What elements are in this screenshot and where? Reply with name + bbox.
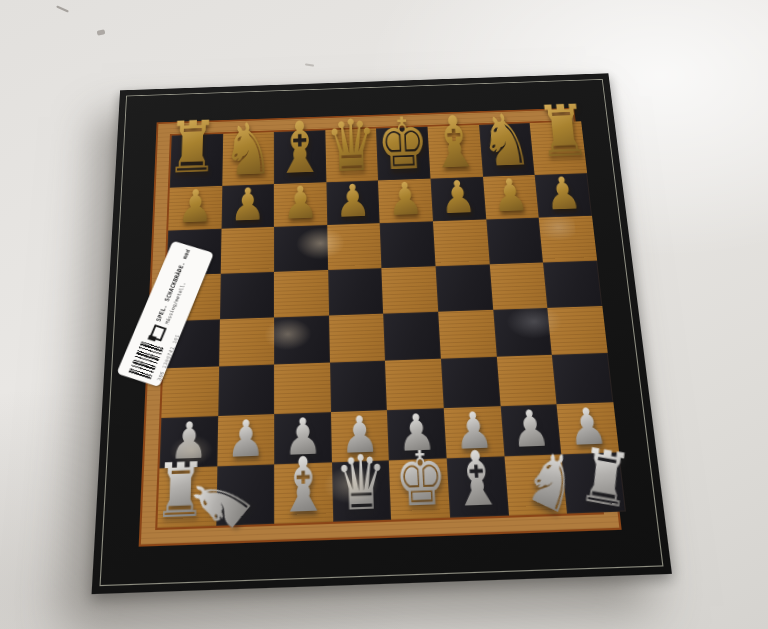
wall-scuff-mark bbox=[97, 29, 106, 36]
board-black-frame: ♜♞♝♛♚♝♞♜♟♟♟♟♟♟♟♟♟♟♟♟♟♟♟♟♜♞♝♛♚♝♞♜ SPEL. S… bbox=[92, 73, 672, 594]
square-e4 bbox=[384, 312, 441, 361]
silver-king: ♚ bbox=[393, 441, 449, 518]
square-e5 bbox=[382, 266, 438, 314]
square-g4 bbox=[493, 308, 552, 357]
square-g1: ♞ bbox=[504, 454, 567, 515]
square-e3 bbox=[385, 359, 443, 410]
gold-rook: ♜ bbox=[165, 112, 218, 185]
gold-pawn: ♟ bbox=[335, 179, 372, 225]
photo-scene: ♜♞♝♛♚♝♞♜♟♟♟♟♟♟♟♟♟♟♟♟♟♟♟♟♜♞♝♛♚♝♞♜ SPEL. S… bbox=[0, 0, 768, 629]
gold-pawn: ♟ bbox=[387, 177, 425, 223]
chessboard: ♜♞♝♛♚♝♞♜♟♟♟♟♟♟♟♟♟♟♟♟♟♟♟♟♜♞♝♛♚♝♞♜ SPEL. S… bbox=[92, 73, 672, 594]
gold-pawn: ♟ bbox=[282, 181, 318, 227]
silver-knight: ♞ bbox=[175, 459, 267, 547]
square-b3 bbox=[218, 365, 274, 416]
square-f6 bbox=[433, 220, 489, 266]
gold-pawn: ♟ bbox=[230, 182, 266, 228]
square-d3 bbox=[330, 361, 387, 412]
gold-king: ♚ bbox=[376, 108, 431, 181]
gold-pawn: ♟ bbox=[177, 184, 214, 230]
square-c6 bbox=[274, 225, 328, 271]
square-c4 bbox=[274, 316, 330, 365]
gold-queen: ♛ bbox=[325, 110, 379, 183]
square-h7: ♟ bbox=[535, 173, 592, 218]
gold-knight: ♞ bbox=[222, 114, 274, 187]
square-b1: ♞ bbox=[216, 464, 275, 525]
square-f5 bbox=[436, 264, 493, 312]
square-h4 bbox=[547, 306, 607, 355]
wall-scuff-mark bbox=[56, 5, 69, 12]
square-b4 bbox=[219, 317, 275, 366]
gold-pawn: ♟ bbox=[439, 175, 478, 221]
square-d1: ♛ bbox=[332, 460, 392, 521]
square-b5 bbox=[220, 272, 275, 320]
board-border-band: ♜♞♝♛♚♝♞♜♟♟♟♟♟♟♟♟♟♟♟♟♟♟♟♟♜♞♝♛♚♝♞♜ bbox=[139, 108, 622, 547]
square-d5 bbox=[328, 268, 384, 316]
square-f1: ♝ bbox=[447, 456, 509, 517]
square-f4 bbox=[438, 310, 496, 359]
gold-bishop: ♝ bbox=[274, 112, 326, 185]
square-a7: ♟ bbox=[168, 186, 222, 231]
gold-rook: ♜ bbox=[534, 96, 593, 168]
square-g6 bbox=[486, 218, 543, 264]
square-h5 bbox=[543, 260, 602, 308]
gold-knight: ♞ bbox=[477, 105, 535, 178]
silver-bishop: ♝ bbox=[448, 441, 505, 518]
printer-icon bbox=[149, 324, 166, 341]
silver-bishop: ♝ bbox=[277, 447, 330, 524]
square-e6 bbox=[380, 222, 436, 268]
square-b2: ♟ bbox=[217, 414, 274, 467]
square-h6 bbox=[539, 216, 597, 262]
silver-queen: ♛ bbox=[334, 445, 388, 522]
square-a3 bbox=[161, 367, 218, 418]
square-b6 bbox=[220, 227, 274, 273]
gold-bishop: ♝ bbox=[426, 107, 482, 180]
square-c5 bbox=[274, 270, 329, 318]
square-c1: ♝ bbox=[274, 462, 333, 523]
square-h3 bbox=[552, 353, 613, 404]
square-e1: ♚ bbox=[389, 458, 450, 519]
square-d6 bbox=[327, 223, 382, 269]
gold-pawn: ♟ bbox=[543, 172, 583, 218]
playing-area: ♜♞♝♛♚♝♞♜♟♟♟♟♟♟♟♟♟♟♟♟♟♟♟♟♜♞♝♛♚♝♞♜ bbox=[155, 120, 604, 530]
gold-pawn: ♟ bbox=[491, 173, 530, 219]
square-c3 bbox=[274, 363, 331, 414]
silver-rook: ♜ bbox=[575, 437, 635, 520]
square-f3 bbox=[441, 357, 500, 408]
square-g5 bbox=[489, 262, 547, 310]
silver-pawn: ♟ bbox=[226, 414, 265, 466]
square-g3 bbox=[496, 355, 556, 406]
square-d4 bbox=[329, 314, 385, 363]
wall-scuff-mark bbox=[305, 63, 314, 66]
